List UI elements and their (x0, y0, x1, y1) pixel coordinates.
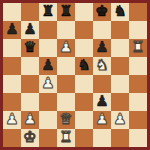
black-knight-e5[interactable]: ♞ (77, 58, 90, 73)
square-e3[interactable] (75, 93, 93, 111)
square-h5[interactable] (129, 57, 147, 75)
square-c7[interactable] (39, 21, 57, 39)
square-d3[interactable] (57, 93, 75, 111)
square-f3[interactable]: ♟ (93, 93, 111, 111)
square-g8[interactable]: ♞ (111, 3, 129, 21)
square-b1[interactable]: ♚ (21, 129, 39, 147)
white-pawn-b2[interactable]: ♟ (23, 112, 36, 127)
square-e8[interactable] (75, 3, 93, 21)
square-d4[interactable] (57, 75, 75, 93)
square-c1[interactable] (39, 129, 57, 147)
white-pawn-c4[interactable]: ♟ (41, 76, 54, 91)
square-e2[interactable] (75, 111, 93, 129)
square-e7[interactable] (75, 21, 93, 39)
square-c3[interactable] (39, 93, 57, 111)
white-knight-f5[interactable]: ♞ (95, 58, 108, 73)
square-c2[interactable] (39, 111, 57, 129)
square-b2[interactable]: ♟ (21, 111, 39, 129)
white-king-b1[interactable]: ♚ (23, 130, 36, 145)
square-f4[interactable] (93, 75, 111, 93)
square-g1[interactable] (111, 129, 129, 147)
black-pawn-c5[interactable]: ♟ (41, 58, 54, 73)
square-h4[interactable] (129, 75, 147, 93)
square-h1[interactable] (129, 129, 147, 147)
black-rook-d8[interactable]: ♜ (59, 4, 72, 19)
square-g7[interactable] (111, 21, 129, 39)
square-d5[interactable] (57, 57, 75, 75)
square-b7[interactable]: ♟ (21, 21, 39, 39)
square-d8[interactable]: ♜ (57, 3, 75, 21)
square-g2[interactable]: ♟ (111, 111, 129, 129)
square-g6[interactable] (111, 39, 129, 57)
square-h7[interactable] (129, 21, 147, 39)
square-b4[interactable] (21, 75, 39, 93)
square-d6[interactable]: ♟ (57, 39, 75, 57)
square-b8[interactable] (21, 3, 39, 21)
square-d7[interactable] (57, 21, 75, 39)
square-a1[interactable] (3, 129, 21, 147)
chess-board: ♜♜♚♞♟♟♛♟♟♜♟♞♞♟♟♟♟♛♟♟♚♜ (0, 0, 150, 150)
square-e5[interactable]: ♞ (75, 57, 93, 75)
square-b6[interactable]: ♛ (21, 39, 39, 57)
square-d2[interactable]: ♛ (57, 111, 75, 129)
square-a5[interactable] (3, 57, 21, 75)
square-b5[interactable] (21, 57, 39, 75)
black-knight-g8[interactable]: ♞ (113, 4, 126, 19)
black-pawn-b7[interactable]: ♟ (23, 22, 36, 37)
black-pawn-a7[interactable]: ♟ (5, 22, 18, 37)
square-f1[interactable] (93, 129, 111, 147)
square-g3[interactable] (111, 93, 129, 111)
white-pawn-d6[interactable]: ♟ (59, 40, 72, 55)
black-queen-b6[interactable]: ♛ (23, 40, 36, 55)
white-pawn-g2[interactable]: ♟ (113, 112, 126, 127)
black-pawn-f3[interactable]: ♟ (95, 94, 108, 109)
white-pawn-a2[interactable]: ♟ (5, 112, 18, 127)
square-g4[interactable] (111, 75, 129, 93)
white-pawn-f2[interactable]: ♟ (95, 112, 108, 127)
square-c4[interactable]: ♟ (39, 75, 57, 93)
square-a6[interactable] (3, 39, 21, 57)
square-e4[interactable] (75, 75, 93, 93)
black-rook-c8[interactable]: ♜ (41, 4, 54, 19)
square-a2[interactable]: ♟ (3, 111, 21, 129)
square-h8[interactable] (129, 3, 147, 21)
black-king-f8[interactable]: ♚ (95, 4, 108, 19)
square-h3[interactable] (129, 93, 147, 111)
square-c6[interactable] (39, 39, 57, 57)
square-c5[interactable]: ♟ (39, 57, 57, 75)
square-e1[interactable] (75, 129, 93, 147)
square-a8[interactable] (3, 3, 21, 21)
square-h2[interactable] (129, 111, 147, 129)
white-rook-d1[interactable]: ♜ (59, 130, 72, 145)
square-c8[interactable]: ♜ (39, 3, 57, 21)
white-queen-d2[interactable]: ♛ (59, 112, 72, 127)
square-f5[interactable]: ♞ (93, 57, 111, 75)
square-f6[interactable]: ♟ (93, 39, 111, 57)
black-pawn-f6[interactable]: ♟ (95, 40, 108, 55)
square-f7[interactable] (93, 21, 111, 39)
square-d1[interactable]: ♜ (57, 129, 75, 147)
square-e6[interactable] (75, 39, 93, 57)
square-a7[interactable]: ♟ (3, 21, 21, 39)
square-f2[interactable]: ♟ (93, 111, 111, 129)
square-a4[interactable] (3, 75, 21, 93)
square-f8[interactable]: ♚ (93, 3, 111, 21)
square-h6[interactable]: ♜ (129, 39, 147, 57)
white-rook-h6[interactable]: ♜ (131, 40, 144, 55)
square-g5[interactable] (111, 57, 129, 75)
square-b3[interactable] (21, 93, 39, 111)
square-a3[interactable] (3, 93, 21, 111)
